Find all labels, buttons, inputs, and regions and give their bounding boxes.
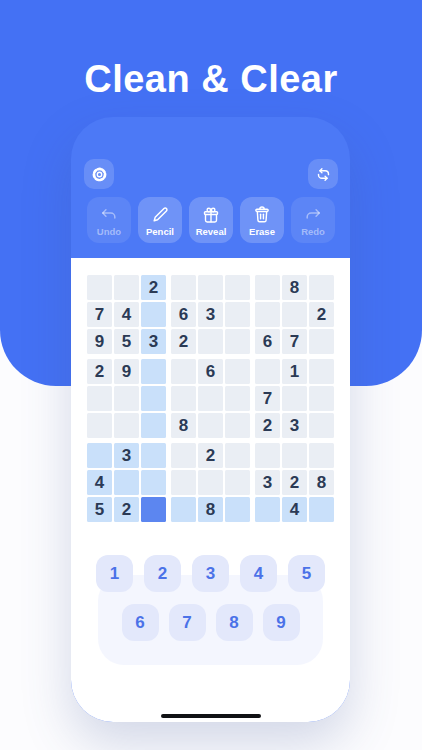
sudoku-box: 28 xyxy=(171,443,250,522)
board-cell-r1c6[interactable] xyxy=(225,275,250,300)
board-cell-r4c2[interactable]: 9 xyxy=(114,359,139,384)
board-cell-r6c5[interactable] xyxy=(198,413,223,438)
numpad-button-4[interactable]: 4 xyxy=(240,555,277,592)
board-cell-r2c7[interactable] xyxy=(255,302,280,327)
sudoku-box: 68 xyxy=(171,359,250,438)
board-cell-r3c2[interactable]: 5 xyxy=(114,329,139,354)
sudoku-board: 2749536328267296817233452283284 xyxy=(87,275,334,522)
page-title: Clean & Clear xyxy=(0,58,422,101)
sudoku-box: 29 xyxy=(87,359,166,438)
board-cell-r3c1[interactable]: 9 xyxy=(87,329,112,354)
board-cell-r1c4[interactable] xyxy=(171,275,196,300)
board-cell-r4c5[interactable]: 6 xyxy=(198,359,223,384)
board-cell-r4c8[interactable]: 1 xyxy=(282,359,307,384)
board-cell-r3c7[interactable]: 6 xyxy=(255,329,280,354)
sudoku-box: 274953 xyxy=(87,275,166,354)
board-cell-r4c9[interactable] xyxy=(309,359,334,384)
board-cell-r4c6[interactable] xyxy=(225,359,250,384)
phone-mockup: Undo Pencil xyxy=(71,117,350,722)
board-cell-r8c7[interactable]: 3 xyxy=(255,470,280,495)
board-cell-r9c8[interactable]: 4 xyxy=(282,497,307,522)
board-cell-r3c9[interactable] xyxy=(309,329,334,354)
board-cell-r3c5[interactable] xyxy=(198,329,223,354)
board-cell-r4c3[interactable] xyxy=(141,359,166,384)
board-cell-r5c2[interactable] xyxy=(114,386,139,411)
numpad-button-3[interactable]: 3 xyxy=(192,555,229,592)
numpad-button-8[interactable]: 8 xyxy=(216,604,253,641)
numpad-row-2: 6789 xyxy=(71,604,350,641)
board-cell-r7c4[interactable] xyxy=(171,443,196,468)
home-indicator xyxy=(161,714,261,718)
numpad-button-1[interactable]: 1 xyxy=(96,555,133,592)
board-cell-r8c6[interactable] xyxy=(225,470,250,495)
board-cell-r3c3[interactable]: 3 xyxy=(141,329,166,354)
board-cell-r5c1[interactable] xyxy=(87,386,112,411)
erase-button[interactable]: Erase xyxy=(240,197,284,243)
board-cell-r9c9[interactable] xyxy=(309,497,334,522)
board-cell-r4c7[interactable] xyxy=(255,359,280,384)
board-cell-r8c8[interactable]: 2 xyxy=(282,470,307,495)
board-cell-r6c2[interactable] xyxy=(114,413,139,438)
pencil-label: Pencil xyxy=(146,226,174,237)
board-cell-r2c3[interactable] xyxy=(141,302,166,327)
board-cell-r8c9[interactable]: 8 xyxy=(309,470,334,495)
undo-arrow-icon xyxy=(99,205,119,225)
gear-icon xyxy=(90,165,109,184)
board-cell-r8c4[interactable] xyxy=(171,470,196,495)
sudoku-box: 3284 xyxy=(255,443,334,522)
board-cell-r9c5[interactable]: 8 xyxy=(198,497,223,522)
board-cell-r5c9[interactable] xyxy=(309,386,334,411)
sudoku-box: 8267 xyxy=(255,275,334,354)
board-cell-r6c4[interactable]: 8 xyxy=(171,413,196,438)
board-cell-r2c4[interactable]: 6 xyxy=(171,302,196,327)
board-cell-r1c9[interactable] xyxy=(309,275,334,300)
board-cell-r9c4[interactable] xyxy=(171,497,196,522)
numpad-row-1: 12345 xyxy=(71,555,350,592)
board-cell-r6c6[interactable] xyxy=(225,413,250,438)
board-cell-r4c4[interactable] xyxy=(171,359,196,384)
board-cell-r1c3[interactable]: 2 xyxy=(141,275,166,300)
board-cell-r6c1[interactable] xyxy=(87,413,112,438)
reveal-button[interactable]: Reveal xyxy=(189,197,233,243)
sudoku-board-panel: 2749536328267296817233452283284 xyxy=(74,258,347,535)
board-cell-r5c4[interactable] xyxy=(171,386,196,411)
numpad-button-9[interactable]: 9 xyxy=(263,604,300,641)
app-store-screenshot: Clean & Clear xyxy=(0,0,422,750)
board-cell-r9c6[interactable] xyxy=(225,497,250,522)
board-cell-r1c8[interactable]: 8 xyxy=(282,275,307,300)
sudoku-box: 3452 xyxy=(87,443,166,522)
board-cell-r7c5[interactable]: 2 xyxy=(198,443,223,468)
board-cell-r7c7[interactable] xyxy=(255,443,280,468)
board-cell-r8c2[interactable] xyxy=(114,470,139,495)
board-cell-r2c6[interactable] xyxy=(225,302,250,327)
board-cell-r1c5[interactable] xyxy=(198,275,223,300)
board-cell-r2c9[interactable]: 2 xyxy=(309,302,334,327)
board-cell-r5c7[interactable]: 7 xyxy=(255,386,280,411)
board-cell-r1c2[interactable] xyxy=(114,275,139,300)
board-cell-r5c5[interactable] xyxy=(198,386,223,411)
board-cell-r7c6[interactable] xyxy=(225,443,250,468)
board-cell-r7c3[interactable] xyxy=(141,443,166,468)
board-cell-r5c6[interactable] xyxy=(225,386,250,411)
board-cell-r5c8[interactable] xyxy=(282,386,307,411)
settings-button[interactable] xyxy=(84,159,114,189)
board-cell-r9c1[interactable]: 5 xyxy=(87,497,112,522)
board-cell-r7c1[interactable] xyxy=(87,443,112,468)
refresh-icon xyxy=(314,165,333,184)
board-cell-r6c3[interactable] xyxy=(141,413,166,438)
board-cell-r4c1[interactable]: 2 xyxy=(87,359,112,384)
board-cell-r2c5[interactable]: 3 xyxy=(198,302,223,327)
board-cell-r3c8[interactable]: 7 xyxy=(282,329,307,354)
board-cell-r7c8[interactable] xyxy=(282,443,307,468)
trash-icon xyxy=(252,205,272,225)
pencil-icon xyxy=(150,205,170,225)
board-cell-r3c6[interactable] xyxy=(225,329,250,354)
board-cell-r8c1[interactable]: 4 xyxy=(87,470,112,495)
numpad-button-6[interactable]: 6 xyxy=(122,604,159,641)
board-cell-r7c9[interactable] xyxy=(309,443,334,468)
sudoku-box: 632 xyxy=(171,275,250,354)
board-cell-r5c3[interactable] xyxy=(141,386,166,411)
board-cell-r8c3[interactable] xyxy=(141,470,166,495)
pencil-button[interactable]: Pencil xyxy=(138,197,182,243)
board-cell-r8c5[interactable] xyxy=(198,470,223,495)
numpad-button-5[interactable]: 5 xyxy=(288,555,325,592)
board-cell-r2c2[interactable]: 4 xyxy=(114,302,139,327)
board-cell-r2c8[interactable] xyxy=(282,302,307,327)
board-cell-r1c7[interactable] xyxy=(255,275,280,300)
numpad-button-2[interactable]: 2 xyxy=(144,555,181,592)
board-cell-r9c2[interactable]: 2 xyxy=(114,497,139,522)
refresh-button[interactable] xyxy=(308,159,338,189)
redo-arrow-icon xyxy=(303,205,323,225)
numpad: 12345 6789 xyxy=(71,555,350,641)
numpad-button-7[interactable]: 7 xyxy=(169,604,206,641)
redo-button[interactable]: Redo xyxy=(291,197,335,243)
redo-label: Redo xyxy=(301,226,325,237)
sudoku-box: 1723 xyxy=(255,359,334,438)
board-cell-r7c2[interactable]: 3 xyxy=(114,443,139,468)
board-cell-r2c1[interactable]: 7 xyxy=(87,302,112,327)
board-cell-r3c4[interactable]: 2 xyxy=(171,329,196,354)
board-cell-r9c3[interactable] xyxy=(141,497,166,522)
reveal-label: Reveal xyxy=(196,226,227,237)
toolbar: Undo Pencil xyxy=(87,197,335,243)
gift-icon xyxy=(201,205,221,225)
board-cell-r6c9[interactable] xyxy=(309,413,334,438)
erase-label: Erase xyxy=(249,226,275,237)
undo-button[interactable]: Undo xyxy=(87,197,131,243)
board-cell-r6c8[interactable]: 3 xyxy=(282,413,307,438)
board-cell-r6c7[interactable]: 2 xyxy=(255,413,280,438)
board-cell-r9c7[interactable] xyxy=(255,497,280,522)
board-cell-r1c1[interactable] xyxy=(87,275,112,300)
undo-label: Undo xyxy=(97,226,121,237)
